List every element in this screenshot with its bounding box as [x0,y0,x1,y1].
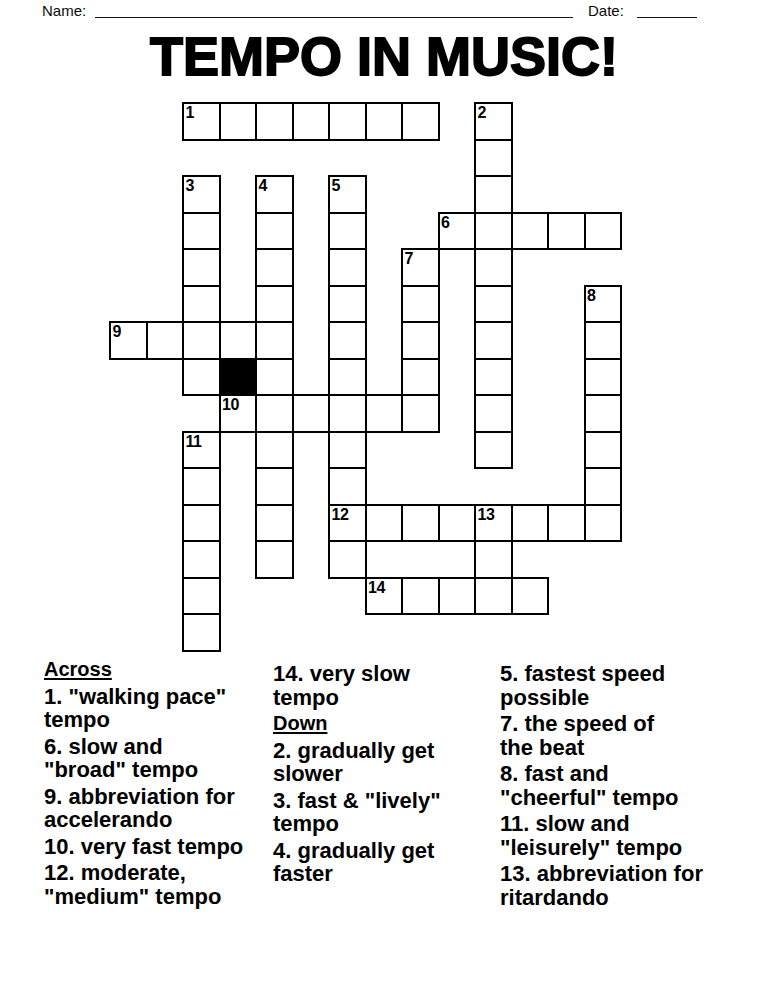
clue-line: 10. very fast tempo [44,835,256,859]
clue-down-3: 3. fast & "lively" tempo [273,789,478,836]
grid-cell[interactable]: 10 [219,394,258,433]
grid-cell[interactable] [292,394,331,433]
clue-down-13: 13. abbreviation for ritardando [500,862,750,909]
clue-line: slower [273,762,478,786]
cell-number: 10 [222,396,239,413]
grid-cell[interactable] [438,504,477,543]
grid-cell[interactable] [255,248,294,287]
grid-cell[interactable]: 3 [182,175,221,214]
clue-line: 9. abbreviation for [44,785,256,809]
grid-cell[interactable] [255,212,294,251]
grid-cell[interactable] [365,504,404,543]
cell-number: 6 [441,214,449,231]
clue-down-2: 2. gradually get slower [273,739,478,786]
grid-cell[interactable] [584,394,623,433]
grid-cell[interactable] [255,394,294,433]
grid-cell[interactable] [328,248,367,287]
cell-number: 2 [478,104,486,121]
grid-cell[interactable] [328,358,367,397]
grid-cell[interactable] [474,175,513,214]
grid-cell[interactable] [219,321,258,360]
grid-cell[interactable] [401,504,440,543]
clue-line: 3. fast & "lively" [273,789,478,813]
grid-cell[interactable] [547,212,586,251]
grid-cell[interactable] [182,467,221,506]
clue-down-7: 7. the speed of the beat [500,712,750,759]
cell-number: 3 [186,177,194,194]
clue-line: tempo [273,812,478,836]
cell-number: 4 [259,177,267,194]
grid-cell[interactable] [328,394,367,433]
grid-cell[interactable] [511,504,550,543]
cell-number: 1 [186,104,194,121]
grid-cell[interactable] [474,431,513,470]
grid-cell[interactable] [255,321,294,360]
clue-across-12: 12. moderate, "medium" tempo [44,861,256,908]
grid-cell[interactable] [365,102,404,141]
grid-cell[interactable] [401,285,440,324]
cell-number: 9 [113,323,121,340]
name-label: Name: [42,2,86,20]
grid-cell[interactable] [255,431,294,470]
grid-cell[interactable] [584,358,623,397]
date-fill-in-line [637,1,697,18]
grid-cell[interactable] [511,212,550,251]
cell-number: 7 [405,250,413,267]
clue-down-5: 5. fastest speed possible [500,662,750,709]
grid-cell-black [219,358,258,397]
grid-cell[interactable]: 14 [365,577,404,616]
clue-line: "leisurely" tempo [500,836,750,860]
grid-cell[interactable] [547,504,586,543]
grid-cell[interactable] [474,577,513,616]
grid-cell[interactable] [255,504,294,543]
clue-across-14: 14. very slow tempo [273,662,478,709]
grid-cell[interactable] [474,212,513,251]
grid-cell[interactable]: 1 [182,102,221,141]
clue-line: 2. gradually get [273,739,478,763]
clue-down-8: 8. fast and "cheerful" tempo [500,762,750,809]
clue-line: 11. slow and [500,812,750,836]
grid-cell[interactable] [182,285,221,324]
clue-line: 7. the speed of [500,712,750,736]
grid-cell[interactable] [182,613,221,652]
grid-cell[interactable] [401,394,440,433]
clue-line: ritardando [500,886,750,910]
grid-cell[interactable] [328,285,367,324]
grid-cell[interactable] [584,212,623,251]
grid-cell[interactable] [474,248,513,287]
clue-across-6: 6. slow and "broad" tempo [44,735,256,782]
clue-line: 6. slow and [44,735,256,759]
worksheet-page: Name: Date: TEMPO IN MUSIC! 123456789101… [0,0,768,994]
clue-line: possible [500,686,750,710]
clue-column-right: 5. fastest speed possible 7. the speed o… [500,658,750,909]
grid-cell[interactable] [328,467,367,506]
grid-cell[interactable] [328,102,367,141]
grid-cell[interactable] [474,285,513,324]
grid-cell[interactable] [146,321,185,360]
grid-cell[interactable] [182,212,221,251]
grid-cell[interactable] [584,321,623,360]
grid-cell[interactable] [401,321,440,360]
cell-number: 12 [332,506,349,523]
grid-cell[interactable] [328,431,367,470]
grid-cell[interactable] [182,504,221,543]
grid-cell[interactable] [182,540,221,579]
grid-cell[interactable] [255,540,294,579]
grid-cell[interactable] [255,102,294,141]
cell-number: 5 [332,177,340,194]
grid-cell[interactable] [328,540,367,579]
grid-cell[interactable] [182,358,221,397]
clue-line: 1. "walking pace" [44,685,256,709]
grid-cell[interactable]: 6 [438,212,477,251]
grid-cell[interactable] [182,248,221,287]
clue-line: "cheerful" tempo [500,786,750,810]
clue-line: 14. very slow [273,662,478,686]
grid-cell[interactable] [474,139,513,178]
cell-number: 13 [478,506,495,523]
grid-cell[interactable] [328,212,367,251]
across-header: Across [44,658,256,682]
grid-cell[interactable] [584,431,623,470]
name-fill-in-line [95,1,573,18]
grid-cell[interactable]: 7 [401,248,440,287]
grid-cell[interactable] [438,577,477,616]
clue-line: 8. fast and [500,762,750,786]
grid-cell[interactable] [255,467,294,506]
page-title: TEMPO IN MUSIC! [0,28,768,84]
clue-line: tempo [44,708,256,732]
grid-cell[interactable] [511,577,550,616]
grid-cell[interactable]: 12 [328,504,367,543]
clue-line: faster [273,862,478,886]
grid-cell[interactable] [182,321,221,360]
grid-cell[interactable] [474,358,513,397]
grid-cell[interactable]: 13 [474,504,513,543]
clue-line: accelerando [44,808,256,832]
clue-line: tempo [273,686,478,710]
date-label: Date: [588,2,624,20]
grid-cell[interactable] [474,321,513,360]
grid-cell[interactable]: 9 [109,321,148,360]
grid-cell[interactable] [401,577,440,616]
grid-cell[interactable]: 8 [584,285,623,324]
cell-number: 11 [186,433,202,450]
grid-cell[interactable] [182,577,221,616]
grid-cell[interactable] [474,394,513,433]
grid-cell[interactable]: 2 [474,102,513,141]
clue-line: "medium" tempo [44,885,256,909]
crossword-grid: 1234567891011121314 [110,103,622,651]
grid-cell[interactable]: 5 [328,175,367,214]
clue-column-left: Across 1. "walking pace" tempo 6. slow a… [44,658,256,908]
clue-down-11: 11. slow and "leisurely" tempo [500,812,750,859]
clue-line: 12. moderate, [44,861,256,885]
clue-across-1: 1. "walking pace" tempo [44,685,256,732]
clue-across-10: 10. very fast tempo [44,835,256,859]
grid-cell[interactable]: 11 [182,431,221,470]
grid-cell[interactable] [365,394,404,433]
grid-cell[interactable] [255,358,294,397]
clue-line: the beat [500,736,750,760]
cell-number: 8 [587,287,595,304]
grid-cell[interactable] [474,540,513,579]
grid-cell[interactable] [401,358,440,397]
grid-cell[interactable] [584,504,623,543]
clue-line: 5. fastest speed [500,662,750,686]
grid-cell[interactable] [401,102,440,141]
clue-column-middle: 14. very slow tempo Down 2. gradually ge… [273,658,478,886]
clue-across-9: 9. abbreviation for accelerando [44,785,256,832]
down-header: Down [273,712,478,736]
grid-cell[interactable] [219,102,258,141]
clue-line: 13. abbreviation for [500,862,750,886]
grid-cell[interactable] [292,102,331,141]
clue-line: 4. gradually get [273,839,478,863]
cell-number: 14 [368,579,385,596]
clue-line: "broad" tempo [44,758,256,782]
grid-cell[interactable]: 4 [255,175,294,214]
grid-cell[interactable] [584,467,623,506]
grid-cell[interactable] [255,285,294,324]
clue-down-4: 4. gradually get faster [273,839,478,886]
grid-cell[interactable] [328,321,367,360]
